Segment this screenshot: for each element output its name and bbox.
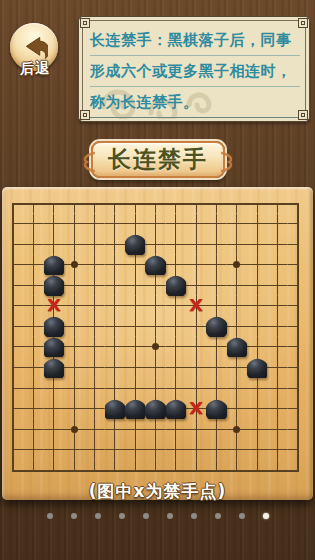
board-intersection[interactable] [125,193,145,214]
board-intersection[interactable] [227,234,247,255]
board-intersection[interactable] [105,296,125,317]
page-dot[interactable] [95,513,101,519]
board-intersection[interactable] [247,255,267,276]
board-intersection[interactable] [247,419,267,440]
back-button-label: 后退 [10,60,60,78]
board-intersection[interactable] [3,193,23,214]
board-intersection[interactable] [186,255,206,276]
board-intersection[interactable] [186,193,206,214]
black-stone: ● [166,275,186,296]
board-intersection[interactable] [267,398,287,419]
board-intersection[interactable] [3,419,23,440]
board-intersection[interactable] [288,398,308,419]
board-intersection[interactable] [84,439,104,460]
board-intersection[interactable] [23,439,43,460]
board-intersection[interactable]: ● [44,275,64,296]
page-dot[interactable] [239,513,245,519]
black-stone: ● [166,398,186,419]
board-intersection[interactable] [3,460,23,481]
board-intersection[interactable] [64,460,84,481]
board-intersection[interactable] [288,275,308,296]
board-intersection[interactable] [23,193,43,214]
page-dot-active[interactable] [263,513,269,519]
app-screen: 后退 长连禁手：黑棋落子后，同事形成六个或更多黑子相连时，称为长连禁手。 长连禁… [0,0,315,560]
board-intersection[interactable] [84,214,104,235]
board-intersection[interactable] [166,234,186,255]
board-intersection[interactable] [267,234,287,255]
board-intersection[interactable] [44,419,64,440]
board-intersection[interactable] [84,460,104,481]
board-intersection[interactable] [3,357,23,378]
board-intersection[interactable] [3,296,23,317]
board-intersection[interactable] [84,357,104,378]
board-intersection[interactable] [206,214,226,235]
board-intersection[interactable] [84,193,104,214]
board-intersection[interactable]: ● [166,398,186,419]
star-point [71,426,78,433]
board-intersection[interactable] [64,234,84,255]
board-intersection[interactable] [23,398,43,419]
board-intersection[interactable] [267,193,287,214]
page-dot[interactable] [215,513,221,519]
board-intersection[interactable] [247,214,267,235]
board-intersection[interactable] [206,460,226,481]
board-intersection[interactable] [267,275,287,296]
board-intersection[interactable] [206,439,226,460]
board-intersection[interactable] [23,419,43,440]
board-intersection[interactable] [288,419,308,440]
board-intersection[interactable] [166,316,186,337]
board-intersection[interactable] [227,193,247,214]
board-intersection[interactable] [247,234,267,255]
board-intersection[interactable] [227,419,247,440]
board-intersection[interactable] [267,255,287,276]
board-intersection[interactable] [145,337,165,358]
board-intersection[interactable] [84,337,104,358]
board-intersection[interactable] [186,357,206,378]
board-intersection[interactable] [288,460,308,481]
board-intersection[interactable] [227,275,247,296]
board-intersection[interactable] [186,275,206,296]
board-intersection[interactable] [267,337,287,358]
board-intersection[interactable] [23,460,43,481]
board-intersection[interactable] [125,296,145,317]
board-intersection[interactable] [44,214,64,235]
board-intersection[interactable] [288,439,308,460]
board-intersection[interactable] [247,296,267,317]
star-point [152,343,159,350]
board-intersection[interactable]: ● [247,357,267,378]
board-intersection[interactable] [3,439,23,460]
board-intersection[interactable] [267,378,287,399]
board-intersection[interactable] [145,357,165,378]
board-intersection[interactable] [166,439,186,460]
board-intersection[interactable] [64,193,84,214]
board-intersection[interactable] [247,398,267,419]
board-intersection[interactable] [44,398,64,419]
board-intersection[interactable] [44,460,64,481]
board-intersection[interactable] [3,316,23,337]
game-board: ●●●●●XX●●●●●●●●●●X● [2,187,313,500]
board-intersection[interactable] [3,337,23,358]
board-intersection[interactable] [3,234,23,255]
board-intersection[interactable] [84,255,104,276]
bubble-corner-ornament [298,18,308,28]
board-intersection[interactable] [227,296,247,317]
star-point [233,426,240,433]
board-intersection[interactable] [247,439,267,460]
board-intersection[interactable] [125,439,145,460]
board-intersection[interactable] [125,460,145,481]
page-dot[interactable] [191,513,197,519]
board-intersection[interactable] [44,439,64,460]
plaque-right-ornament [221,151,235,173]
board-intersection[interactable] [105,337,125,358]
board-intersection[interactable] [267,214,287,235]
board-intersection[interactable] [267,357,287,378]
board-intersection[interactable] [84,316,104,337]
plaque-left-ornament [81,151,95,173]
board-intersection[interactable] [166,193,186,214]
board-intersection[interactable] [166,337,186,358]
board-intersection[interactable] [288,214,308,235]
tutorial-bubble: 长连禁手：黑棋落子后，同事形成六个或更多黑子相连时，称为长连禁手。 [78,16,310,122]
board-intersection[interactable] [166,460,186,481]
board-intersection[interactable] [64,255,84,276]
board-intersection[interactable] [105,439,125,460]
board-intersection[interactable] [84,296,104,317]
board-intersection[interactable] [267,296,287,317]
board-intersection[interactable] [105,460,125,481]
board-intersection[interactable] [247,193,267,214]
board-intersection[interactable]: ● [206,398,226,419]
board-intersection[interactable] [186,439,206,460]
board-intersection[interactable] [125,357,145,378]
board-intersection[interactable] [84,275,104,296]
board-intersection[interactable] [145,193,165,214]
board-intersection[interactable] [247,275,267,296]
board-intersection[interactable] [145,214,165,235]
board-intersection[interactable] [3,214,23,235]
tutorial-text: 长连禁手：黑棋落子后，同事形成六个或更多黑子相连时，称为长连禁手。 [90,25,300,118]
black-stone: ● [44,357,64,378]
board-intersection[interactable] [288,357,308,378]
board-intersection[interactable] [288,193,308,214]
board-intersection[interactable] [227,460,247,481]
board-intersection[interactable] [186,214,206,235]
board-intersection[interactable] [247,460,267,481]
page-dot[interactable] [47,513,53,519]
board-intersection[interactable]: ● [44,357,64,378]
board-intersection[interactable]: ● [166,275,186,296]
black-stone: ● [206,398,226,419]
section-title-plaque: 长连禁手 [91,141,225,178]
bubble-corner-ornament [80,18,90,28]
board-intersection[interactable] [206,255,226,276]
board-intersection[interactable] [64,296,84,317]
board-intersection[interactable] [3,255,23,276]
board-intersection[interactable] [227,214,247,235]
board-intersection[interactable] [105,193,125,214]
page-indicator [0,513,315,519]
star-point [71,261,78,268]
board-caption: (图中x为禁手点) [0,480,315,503]
board-intersection[interactable] [166,357,186,378]
board-intersection[interactable] [3,378,23,399]
board-intersection[interactable] [64,398,84,419]
board-intersection[interactable] [267,419,287,440]
page-dot[interactable] [167,513,173,519]
board-intersection[interactable] [267,439,287,460]
page-dot[interactable] [71,513,77,519]
board-grid: ●●●●●XX●●●●●●●●●●X● [3,193,308,480]
board-intersection[interactable] [64,316,84,337]
board-intersection[interactable] [227,398,247,419]
board-intersection[interactable] [288,337,308,358]
board-intersection[interactable] [64,378,84,399]
board-intersection[interactable] [288,255,308,276]
board-intersection[interactable] [288,296,308,317]
board-intersection[interactable] [206,275,226,296]
board-intersection[interactable] [145,439,165,460]
board-intersection[interactable] [105,275,125,296]
star-point [233,261,240,268]
board-intersection[interactable] [125,337,145,358]
board-intersection[interactable] [186,460,206,481]
board-intersection[interactable] [3,275,23,296]
black-stone: ● [44,275,64,296]
board-intersection[interactable] [227,255,247,276]
board-intersection[interactable] [64,357,84,378]
board-intersection[interactable] [206,193,226,214]
board-intersection[interactable] [84,234,104,255]
board-intersection[interactable] [206,234,226,255]
board-intersection[interactable] [64,275,84,296]
board-intersection[interactable] [227,439,247,460]
bubble-corner-ornament [298,110,308,120]
board-intersection[interactable] [186,234,206,255]
board-intersection[interactable] [105,316,125,337]
page-dot[interactable] [119,513,125,519]
board-intersection[interactable] [44,193,64,214]
board-intersection[interactable] [3,398,23,419]
board-intersection[interactable] [105,357,125,378]
board-intersection[interactable] [267,460,287,481]
board-intersection[interactable] [125,316,145,337]
bubble-corner-ornament [80,110,90,120]
board-intersection[interactable] [23,214,43,235]
board-intersection[interactable] [288,234,308,255]
board-intersection[interactable] [247,316,267,337]
back-button[interactable]: 后退 [10,23,60,78]
board-intersection[interactable] [64,214,84,235]
board-intersection[interactable] [166,214,186,235]
board-intersection[interactable] [64,419,84,440]
black-stone: ● [247,357,267,378]
board-intersection[interactable] [145,460,165,481]
page-dot[interactable] [143,513,149,519]
board-intersection[interactable] [145,316,165,337]
board-intersection[interactable] [267,316,287,337]
page-title: 长连禁手 [108,144,208,175]
board-intersection[interactable] [64,337,84,358]
back-arrow-icon [20,33,48,61]
board-intersection[interactable] [64,439,84,460]
board-intersection[interactable] [288,316,308,337]
board-intersection[interactable] [288,378,308,399]
